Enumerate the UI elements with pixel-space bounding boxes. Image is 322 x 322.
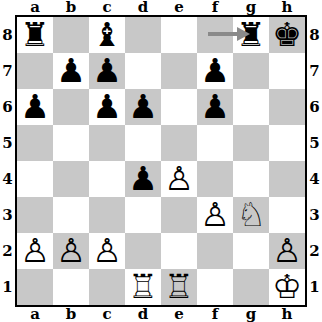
rank-label-3: 3 — [307, 197, 322, 233]
piece-white-rook[interactable]: ♖ — [128, 270, 158, 303]
piece-white-king[interactable]: ♔ — [272, 270, 302, 303]
rank-label-4: 4 — [307, 161, 322, 197]
square-h5[interactable] — [269, 125, 305, 161]
square-g3[interactable]: ♘ — [233, 197, 269, 233]
square-a3[interactable] — [17, 197, 53, 233]
rank-label-5: 5 — [0, 125, 15, 161]
file-label-b: b — [53, 306, 89, 322]
square-e6[interactable] — [161, 89, 197, 125]
square-b8[interactable] — [53, 17, 89, 53]
piece-black-pawn[interactable]: ♟ — [92, 90, 122, 123]
rank-label-7: 7 — [307, 53, 322, 89]
square-f1[interactable] — [197, 269, 233, 305]
square-f6[interactable]: ♟ — [197, 89, 233, 125]
piece-black-pawn[interactable]: ♟ — [56, 54, 86, 87]
piece-black-pawn[interactable]: ♟ — [92, 54, 122, 87]
square-d5[interactable] — [125, 125, 161, 161]
piece-black-king[interactable]: ♚ — [272, 18, 302, 51]
piece-white-rook[interactable]: ♖ — [164, 270, 194, 303]
square-g7[interactable] — [233, 53, 269, 89]
square-d4[interactable]: ♟ — [125, 161, 161, 197]
square-g2[interactable] — [233, 233, 269, 269]
square-f7[interactable]: ♟ — [197, 53, 233, 89]
rank-label-8: 8 — [0, 17, 15, 53]
square-c3[interactable] — [89, 197, 125, 233]
square-e1[interactable]: ♖ — [161, 269, 197, 305]
piece-black-pawn[interactable]: ♟ — [200, 90, 230, 123]
square-a2[interactable]: ♙ — [17, 233, 53, 269]
square-h2[interactable]: ♙ — [269, 233, 305, 269]
square-f8[interactable] — [197, 17, 233, 53]
square-e7[interactable] — [161, 53, 197, 89]
rank-labels-right: 87654321 — [307, 17, 322, 305]
square-a5[interactable] — [17, 125, 53, 161]
square-e3[interactable] — [161, 197, 197, 233]
piece-black-bishop[interactable]: ♝ — [92, 18, 122, 51]
chess-board[interactable]: ♜♝♜♚♟♟♟♟♟♟♟♟♙♙♘♙♙♙♙♖♖♔ — [15, 15, 307, 307]
piece-black-pawn[interactable]: ♟ — [128, 90, 158, 123]
piece-black-rook[interactable]: ♜ — [236, 18, 266, 51]
piece-black-rook[interactable]: ♜ — [20, 18, 50, 51]
file-label-h: h — [269, 306, 305, 322]
piece-white-pawn[interactable]: ♙ — [200, 198, 230, 231]
chess-diagram: abcdefgh 87654321 ♜♝♜♚♟♟♟♟♟♟♟♟♙♙♘♙♙♙♙♖♖♔… — [0, 0, 322, 322]
square-f5[interactable] — [197, 125, 233, 161]
piece-white-pawn[interactable]: ♙ — [164, 162, 194, 195]
square-b6[interactable] — [53, 89, 89, 125]
piece-white-pawn[interactable]: ♙ — [272, 234, 302, 267]
file-label-c: c — [89, 306, 125, 322]
file-label-d: d — [125, 306, 161, 322]
file-label-g: g — [233, 0, 269, 15]
file-labels-bottom: abcdefgh — [17, 306, 305, 322]
square-e4[interactable]: ♙ — [161, 161, 197, 197]
square-a4[interactable] — [17, 161, 53, 197]
square-f2[interactable] — [197, 233, 233, 269]
square-a6[interactable]: ♟ — [17, 89, 53, 125]
square-g5[interactable] — [233, 125, 269, 161]
file-label-a: a — [17, 306, 53, 322]
file-label-e: e — [161, 0, 197, 15]
square-d2[interactable] — [125, 233, 161, 269]
square-c7[interactable]: ♟ — [89, 53, 125, 89]
square-b4[interactable] — [53, 161, 89, 197]
square-d8[interactable] — [125, 17, 161, 53]
square-c8[interactable]: ♝ — [89, 17, 125, 53]
square-g4[interactable] — [233, 161, 269, 197]
square-h8[interactable]: ♚ — [269, 17, 305, 53]
rank-label-6: 6 — [0, 89, 15, 125]
rank-label-5: 5 — [307, 125, 322, 161]
square-h3[interactable] — [269, 197, 305, 233]
piece-white-pawn[interactable]: ♙ — [20, 234, 50, 267]
square-b1[interactable] — [53, 269, 89, 305]
square-d6[interactable]: ♟ — [125, 89, 161, 125]
square-a7[interactable] — [17, 53, 53, 89]
file-label-e: e — [161, 306, 197, 322]
file-label-g: g — [233, 306, 269, 322]
file-labels-top: abcdefgh — [17, 0, 305, 15]
square-c5[interactable] — [89, 125, 125, 161]
square-b5[interactable] — [53, 125, 89, 161]
rank-label-3: 3 — [0, 197, 15, 233]
square-c1[interactable] — [89, 269, 125, 305]
file-label-a: a — [17, 0, 53, 15]
square-h1[interactable]: ♔ — [269, 269, 305, 305]
square-c6[interactable]: ♟ — [89, 89, 125, 125]
square-e5[interactable] — [161, 125, 197, 161]
rank-label-1: 1 — [0, 269, 15, 305]
square-d3[interactable] — [125, 197, 161, 233]
square-f3[interactable]: ♙ — [197, 197, 233, 233]
square-h7[interactable] — [269, 53, 305, 89]
file-label-d: d — [125, 0, 161, 15]
file-label-f: f — [197, 306, 233, 322]
square-c4[interactable] — [89, 161, 125, 197]
square-g8[interactable]: ♜ — [233, 17, 269, 53]
square-e8[interactable] — [161, 17, 197, 53]
piece-white-pawn[interactable]: ♙ — [56, 234, 86, 267]
rank-label-4: 4 — [0, 161, 15, 197]
square-b7[interactable]: ♟ — [53, 53, 89, 89]
rank-label-7: 7 — [0, 53, 15, 89]
rank-labels-left: 87654321 — [0, 17, 15, 305]
file-label-c: c — [89, 0, 125, 15]
file-label-f: f — [197, 0, 233, 15]
piece-white-pawn[interactable]: ♙ — [92, 234, 122, 267]
square-b2[interactable]: ♙ — [53, 233, 89, 269]
square-d7[interactable] — [125, 53, 161, 89]
rank-label-8: 8 — [307, 17, 322, 53]
rank-label-6: 6 — [307, 89, 322, 125]
square-f4[interactable] — [197, 161, 233, 197]
square-g1[interactable] — [233, 269, 269, 305]
square-h4[interactable] — [269, 161, 305, 197]
square-h6[interactable] — [269, 89, 305, 125]
rank-label-1: 1 — [307, 269, 322, 305]
piece-black-pawn[interactable]: ♟ — [20, 90, 50, 123]
square-a8[interactable]: ♜ — [17, 17, 53, 53]
file-label-h: h — [269, 0, 305, 15]
piece-white-knight[interactable]: ♘ — [236, 198, 266, 231]
piece-black-pawn[interactable]: ♟ — [128, 162, 158, 195]
square-c2[interactable]: ♙ — [89, 233, 125, 269]
rank-label-2: 2 — [0, 233, 15, 269]
square-e2[interactable] — [161, 233, 197, 269]
rank-label-2: 2 — [307, 233, 322, 269]
square-b3[interactable] — [53, 197, 89, 233]
square-g6[interactable] — [233, 89, 269, 125]
square-d1[interactable]: ♖ — [125, 269, 161, 305]
piece-black-pawn[interactable]: ♟ — [200, 54, 230, 87]
file-label-b: b — [53, 0, 89, 15]
square-a1[interactable] — [17, 269, 53, 305]
